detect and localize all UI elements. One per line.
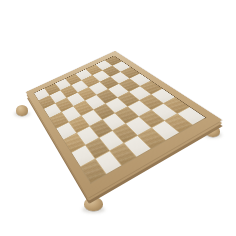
bun-foot-left (16, 105, 28, 116)
product-photo (0, 0, 236, 236)
board-grid (34, 56, 205, 183)
chessboard (26, 51, 222, 198)
board-surface (33, 56, 206, 184)
